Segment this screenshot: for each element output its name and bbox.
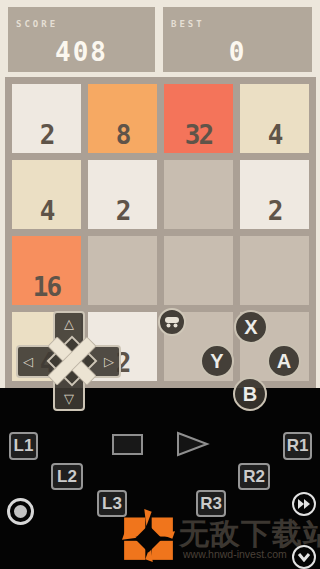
l2-label: L2 <box>57 467 77 487</box>
overlay-menu-button[interactable] <box>158 308 186 336</box>
best-panel: BEST 0 <box>163 7 312 72</box>
x-button[interactable]: X <box>234 310 268 344</box>
best-value: 0 <box>163 37 312 67</box>
tile-2: 2 <box>12 84 81 153</box>
emulator-screen: SCORE 408 BEST 0 283244221642 △ ▽ ◁ ▷ X … <box>0 0 320 569</box>
play-triangle-icon <box>176 431 210 457</box>
gamepad-icon <box>164 316 180 328</box>
tile-8: 8 <box>88 84 157 153</box>
fast-forward-button[interactable] <box>292 492 316 516</box>
chevron-down-icon <box>297 552 311 562</box>
l1-label: L1 <box>14 436 34 456</box>
l2-button[interactable]: L2 <box>51 463 83 490</box>
y-button-label: Y <box>210 350 223 373</box>
score-panel: SCORE 408 <box>8 7 155 72</box>
circle-dot-icon <box>14 505 27 518</box>
l3-label: L3 <box>102 494 122 514</box>
r1-button[interactable]: R1 <box>283 432 312 460</box>
r2-label: R2 <box>243 467 265 487</box>
y-button[interactable]: Y <box>200 344 234 378</box>
empty-cell <box>164 160 233 229</box>
tile-16: 16 <box>12 236 81 305</box>
r2-button[interactable]: R2 <box>238 463 270 490</box>
score-label: SCORE <box>16 19 58 29</box>
a-button[interactable]: A <box>267 344 301 378</box>
tile-4: 4 <box>12 160 81 229</box>
x-button-label: X <box>244 316 257 339</box>
l1-button[interactable]: L1 <box>9 432 38 460</box>
a-button-label: A <box>277 350 291 373</box>
r1-label: R1 <box>287 436 309 456</box>
b-button-label: B <box>243 383 257 406</box>
l3-button[interactable]: L3 <box>97 490 127 517</box>
analog-toggle-button[interactable] <box>7 498 34 525</box>
score-value: 408 <box>8 37 155 67</box>
watermark-url: www.hnwd-invest.com <box>183 548 287 560</box>
start-play-button[interactable] <box>176 431 210 461</box>
arrow-down-icon: ▽ <box>64 392 74 405</box>
r3-label: R3 <box>200 494 222 514</box>
collapse-overlay-button[interactable] <box>292 545 316 569</box>
fast-forward-icon <box>297 498 311 510</box>
select-square-button[interactable] <box>112 434 143 455</box>
empty-cell <box>88 236 157 305</box>
tile-2: 2 <box>240 160 309 229</box>
arrow-up-icon: △ <box>64 317 74 330</box>
arrow-left-icon: ◁ <box>23 355 33 368</box>
tile-32: 32 <box>164 84 233 153</box>
b-button[interactable]: B <box>233 377 267 411</box>
tile-4: 4 <box>240 84 309 153</box>
r3-button[interactable]: R3 <box>196 490 226 517</box>
tile-2: 2 <box>88 160 157 229</box>
empty-cell <box>164 236 233 305</box>
arrow-right-icon: ▷ <box>104 355 114 368</box>
best-label: BEST <box>171 19 205 29</box>
pinwheel-logo-icon <box>122 509 175 562</box>
empty-cell <box>240 236 309 305</box>
watermark-logo <box>122 509 175 566</box>
